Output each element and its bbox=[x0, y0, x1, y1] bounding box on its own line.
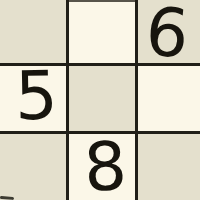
sudoku-cell-r0c2[interactable]: 6 bbox=[138, 0, 200, 63]
grid-line-top-partial bbox=[66, 0, 138, 2]
sudoku-cell-r0c0[interactable] bbox=[0, 0, 66, 63]
sudoku-cell-r2c2[interactable] bbox=[138, 134, 200, 200]
sudoku-cell-r0c1[interactable] bbox=[69, 0, 135, 63]
sudoku-board: 6 5 8 bbox=[0, 0, 200, 200]
sudoku-cell-r1c0[interactable]: 5 bbox=[0, 66, 66, 131]
sudoku-cell-r2c0[interactable] bbox=[0, 134, 66, 200]
digit-6: 6 bbox=[143, 0, 191, 69]
digit-5: 5 bbox=[14, 63, 58, 131]
sudoku-cell-r2c1[interactable]: 8 bbox=[69, 134, 135, 200]
digit-8: 8 bbox=[82, 133, 128, 200]
sudoku-cell-r1c1[interactable] bbox=[69, 66, 135, 131]
sudoku-cell-r1c2[interactable] bbox=[138, 66, 200, 131]
